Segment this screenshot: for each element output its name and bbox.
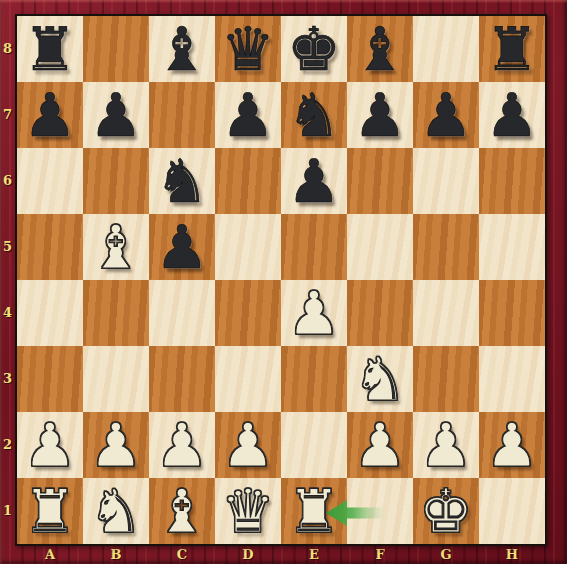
square-a3[interactable] xyxy=(17,346,83,412)
square-c1[interactable]: ♝ xyxy=(149,478,215,544)
square-f1[interactable] xyxy=(347,478,413,544)
file-label-c: C xyxy=(149,546,215,564)
square-h2[interactable]: ♟ xyxy=(479,412,545,478)
square-b2[interactable]: ♟ xyxy=(83,412,149,478)
square-h7[interactable]: ♟ xyxy=(479,82,545,148)
square-g4[interactable] xyxy=(413,280,479,346)
square-h8[interactable]: ♜ xyxy=(479,16,545,82)
square-e3[interactable] xyxy=(281,346,347,412)
piece-white-pawn[interactable]: ♟ xyxy=(353,412,407,478)
square-a8[interactable]: ♜ xyxy=(17,16,83,82)
square-d6[interactable] xyxy=(215,148,281,214)
square-e8[interactable]: ♚ xyxy=(281,16,347,82)
piece-white-rook[interactable]: ♜ xyxy=(23,478,77,544)
square-b1[interactable]: ♞ xyxy=(83,478,149,544)
square-a5[interactable] xyxy=(17,214,83,280)
piece-black-pawn[interactable]: ♟ xyxy=(89,82,143,148)
piece-white-rook[interactable]: ♜ xyxy=(287,478,341,544)
rank-label-7: 7 xyxy=(0,82,15,148)
piece-white-queen[interactable]: ♛ xyxy=(221,478,275,544)
square-g2[interactable]: ♟ xyxy=(413,412,479,478)
square-e5[interactable] xyxy=(281,214,347,280)
piece-white-pawn[interactable]: ♟ xyxy=(221,412,275,478)
square-d5[interactable] xyxy=(215,214,281,280)
piece-black-pawn[interactable]: ♟ xyxy=(155,214,209,280)
square-g7[interactable]: ♟ xyxy=(413,82,479,148)
square-a4[interactable] xyxy=(17,280,83,346)
square-c4[interactable] xyxy=(149,280,215,346)
chess-diagram: 87654321 ABCDEFGH ♜♝♛♚♝♜♟♟♟♞♟♟♟♞♟♝♟♟♞♟♟♟… xyxy=(0,0,567,564)
square-d7[interactable]: ♟ xyxy=(215,82,281,148)
piece-white-pawn[interactable]: ♟ xyxy=(155,412,209,478)
piece-black-pawn[interactable]: ♟ xyxy=(353,82,407,148)
square-a6[interactable] xyxy=(17,148,83,214)
square-e4[interactable]: ♟ xyxy=(281,280,347,346)
piece-white-pawn[interactable]: ♟ xyxy=(23,412,77,478)
file-label-e: E xyxy=(281,546,347,564)
rank-label-5: 5 xyxy=(0,214,15,280)
square-e6[interactable]: ♟ xyxy=(281,148,347,214)
piece-white-pawn[interactable]: ♟ xyxy=(485,412,539,478)
square-b7[interactable]: ♟ xyxy=(83,82,149,148)
file-label-d: D xyxy=(215,546,281,564)
square-d3[interactable] xyxy=(215,346,281,412)
board: ♜♝♛♚♝♜♟♟♟♞♟♟♟♞♟♝♟♟♞♟♟♟♟♟♟♟♜♞♝♛♜♚ xyxy=(15,14,547,546)
square-f6[interactable] xyxy=(347,148,413,214)
square-e1[interactable]: ♜ xyxy=(281,478,347,544)
square-b8[interactable] xyxy=(83,16,149,82)
square-h5[interactable] xyxy=(479,214,545,280)
rank-label-4: 4 xyxy=(0,280,15,346)
rank-label-6: 6 xyxy=(0,148,15,214)
piece-white-pawn[interactable]: ♟ xyxy=(89,412,143,478)
square-e2[interactable] xyxy=(281,412,347,478)
square-d1[interactable]: ♛ xyxy=(215,478,281,544)
piece-black-pawn[interactable]: ♟ xyxy=(23,82,77,148)
piece-white-knight[interactable]: ♞ xyxy=(89,478,143,544)
piece-black-king[interactable]: ♚ xyxy=(287,16,341,82)
square-d4[interactable] xyxy=(215,280,281,346)
piece-black-pawn[interactable]: ♟ xyxy=(287,148,341,214)
square-a7[interactable]: ♟ xyxy=(17,82,83,148)
square-a2[interactable]: ♟ xyxy=(17,412,83,478)
square-c5[interactable]: ♟ xyxy=(149,214,215,280)
square-a1[interactable]: ♜ xyxy=(17,478,83,544)
rank-label-8: 8 xyxy=(0,16,15,82)
square-h4[interactable] xyxy=(479,280,545,346)
square-f8[interactable]: ♝ xyxy=(347,16,413,82)
piece-black-pawn[interactable]: ♟ xyxy=(485,82,539,148)
square-b5[interactable]: ♝ xyxy=(83,214,149,280)
square-h3[interactable] xyxy=(479,346,545,412)
piece-black-bishop[interactable]: ♝ xyxy=(155,16,209,82)
rank-label-2: 2 xyxy=(0,412,15,478)
piece-black-knight[interactable]: ♞ xyxy=(155,148,209,214)
piece-black-knight[interactable]: ♞ xyxy=(287,82,341,148)
square-f5[interactable] xyxy=(347,214,413,280)
square-c3[interactable] xyxy=(149,346,215,412)
square-c8[interactable]: ♝ xyxy=(149,16,215,82)
file-label-b: B xyxy=(83,546,149,564)
square-f7[interactable]: ♟ xyxy=(347,82,413,148)
piece-black-rook[interactable]: ♜ xyxy=(485,16,539,82)
piece-black-rook[interactable]: ♜ xyxy=(23,16,77,82)
rank-label-1: 1 xyxy=(0,478,15,544)
square-d2[interactable]: ♟ xyxy=(215,412,281,478)
square-c6[interactable]: ♞ xyxy=(149,148,215,214)
piece-white-knight[interactable]: ♞ xyxy=(353,346,407,412)
square-h6[interactable] xyxy=(479,148,545,214)
square-g3[interactable] xyxy=(413,346,479,412)
square-e7[interactable]: ♞ xyxy=(281,82,347,148)
piece-black-pawn[interactable]: ♟ xyxy=(419,82,473,148)
square-g1[interactable]: ♚ xyxy=(413,478,479,544)
piece-white-bishop[interactable]: ♝ xyxy=(155,478,209,544)
piece-white-pawn[interactable]: ♟ xyxy=(287,280,341,346)
square-d8[interactable]: ♛ xyxy=(215,16,281,82)
file-label-h: H xyxy=(479,546,545,564)
square-b3[interactable] xyxy=(83,346,149,412)
square-b4[interactable] xyxy=(83,280,149,346)
piece-white-bishop[interactable]: ♝ xyxy=(89,214,143,280)
rank-label-3: 3 xyxy=(0,346,15,412)
square-c7[interactable] xyxy=(149,82,215,148)
piece-white-king[interactable]: ♚ xyxy=(419,478,473,544)
square-b6[interactable] xyxy=(83,148,149,214)
square-f3[interactable]: ♞ xyxy=(347,346,413,412)
square-f4[interactable] xyxy=(347,280,413,346)
square-h1[interactable] xyxy=(479,478,545,544)
piece-black-bishop[interactable]: ♝ xyxy=(353,16,407,82)
file-label-a: A xyxy=(17,546,83,564)
file-label-g: G xyxy=(413,546,479,564)
piece-white-pawn[interactable]: ♟ xyxy=(419,412,473,478)
file-label-f: F xyxy=(347,546,413,564)
piece-black-queen[interactable]: ♛ xyxy=(221,16,275,82)
square-f2[interactable]: ♟ xyxy=(347,412,413,478)
square-g6[interactable] xyxy=(413,148,479,214)
square-g5[interactable] xyxy=(413,214,479,280)
square-g8[interactable] xyxy=(413,16,479,82)
square-c2[interactable]: ♟ xyxy=(149,412,215,478)
piece-black-pawn[interactable]: ♟ xyxy=(221,82,275,148)
